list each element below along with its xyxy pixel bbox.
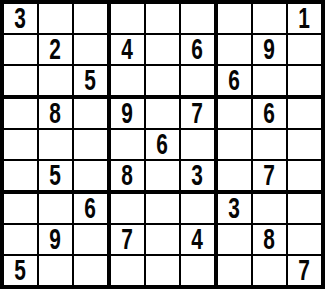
cell-r8c3[interactable] (73, 224, 109, 255)
cell-r6c7[interactable] (216, 160, 252, 192)
given-digit: 3 (192, 161, 204, 190)
cell-r1c4[interactable] (109, 2, 145, 34)
cell-r9c3[interactable] (73, 255, 109, 287)
cell-r6c4[interactable]: 8 (109, 160, 145, 192)
cell-r8c6[interactable]: 4 (180, 224, 216, 255)
given-digit: 4 (122, 35, 134, 64)
cell-r4c7[interactable] (216, 97, 252, 129)
given-digit: 1 (299, 4, 311, 33)
cell-r9c2[interactable] (38, 255, 73, 287)
board-row-1: 31 (2, 2, 323, 34)
sudoku-puzzle: 3124695689766583763974857 (0, 0, 329, 293)
cell-r9c5[interactable] (145, 255, 180, 287)
cell-r6c8[interactable]: 7 (252, 160, 287, 192)
board-row-9: 57 (2, 255, 323, 287)
cell-r3c4[interactable] (109, 65, 145, 97)
cell-r3c7[interactable]: 6 (216, 65, 252, 97)
cell-r5c4[interactable] (109, 129, 145, 160)
given-digit: 6 (157, 130, 169, 159)
cell-r8c7[interactable] (216, 224, 252, 255)
cell-r6c3[interactable] (73, 160, 109, 192)
cell-r8c1[interactable] (2, 224, 38, 255)
cell-r1c6[interactable] (180, 2, 216, 34)
cell-r7c2[interactable] (38, 192, 73, 224)
board-row-6: 5837 (2, 160, 323, 192)
given-digit: 7 (264, 161, 276, 190)
cell-r2c7[interactable] (216, 34, 252, 65)
cell-r6c6[interactable]: 3 (180, 160, 216, 192)
cell-r5c8[interactable] (252, 129, 287, 160)
board-row-4: 8976 (2, 97, 323, 129)
given-digit: 8 (122, 161, 134, 190)
cell-r9c6[interactable] (180, 255, 216, 287)
cell-r2c2[interactable]: 2 (38, 34, 73, 65)
cell-r4c5[interactable] (145, 97, 180, 129)
cell-r9c9[interactable]: 7 (287, 255, 323, 287)
sudoku-board-body: 3124695689766583763974857 (2, 2, 323, 287)
cell-r2c6[interactable]: 6 (180, 34, 216, 65)
board-row-7: 63 (2, 192, 323, 224)
cell-r4c3[interactable] (73, 97, 109, 129)
cell-r1c7[interactable] (216, 2, 252, 34)
cell-r6c1[interactable] (2, 160, 38, 192)
cell-r8c5[interactable] (145, 224, 180, 255)
cell-r6c5[interactable] (145, 160, 180, 192)
given-digit: 9 (50, 225, 62, 254)
board-row-3: 56 (2, 65, 323, 97)
given-digit: 9 (264, 35, 276, 64)
cell-r2c4[interactable]: 4 (109, 34, 145, 65)
cell-r7c7[interactable]: 3 (216, 192, 252, 224)
cell-r7c9[interactable] (287, 192, 323, 224)
cell-r1c2[interactable] (38, 2, 73, 34)
cell-r8c9[interactable] (287, 224, 323, 255)
cell-r2c3[interactable] (73, 34, 109, 65)
board-row-5: 6 (2, 129, 323, 160)
cell-r7c3[interactable]: 6 (73, 192, 109, 224)
given-digit: 8 (50, 99, 62, 128)
cell-r5c3[interactable] (73, 129, 109, 160)
cell-r3c1[interactable] (2, 65, 38, 97)
cell-r3c6[interactable] (180, 65, 216, 97)
cell-r4c4[interactable]: 9 (109, 97, 145, 129)
cell-r3c8[interactable] (252, 65, 287, 97)
given-digit: 7 (192, 99, 204, 128)
given-digit: 9 (122, 99, 134, 128)
cell-r3c9[interactable] (287, 65, 323, 97)
cell-r6c9[interactable] (287, 160, 323, 192)
given-digit: 6 (85, 194, 97, 223)
cell-r2c5[interactable] (145, 34, 180, 65)
cell-r5c9[interactable] (287, 129, 323, 160)
cell-r5c2[interactable] (38, 129, 73, 160)
cell-r5c6[interactable] (180, 129, 216, 160)
cell-r7c1[interactable] (2, 192, 38, 224)
given-digit: 4 (192, 225, 204, 254)
cell-r5c1[interactable] (2, 129, 38, 160)
cell-r1c1[interactable]: 3 (2, 2, 38, 34)
given-digit: 3 (229, 194, 241, 223)
given-digit: 6 (264, 99, 276, 128)
cell-r6c2[interactable]: 5 (38, 160, 73, 192)
cell-r1c3[interactable] (73, 2, 109, 34)
cell-r4c8[interactable]: 6 (252, 97, 287, 129)
cell-r9c1[interactable]: 5 (2, 255, 38, 287)
cell-r9c7[interactable] (216, 255, 252, 287)
cell-r2c1[interactable] (2, 34, 38, 65)
cell-r2c8[interactable]: 9 (252, 34, 287, 65)
given-digit: 5 (15, 256, 27, 285)
given-digit: 5 (85, 66, 97, 95)
cell-r3c5[interactable] (145, 65, 180, 97)
cell-r7c6[interactable] (180, 192, 216, 224)
cell-r7c8[interactable] (252, 192, 287, 224)
cell-r3c2[interactable] (38, 65, 73, 97)
given-digit: 2 (50, 35, 62, 64)
given-digit: 3 (15, 4, 27, 33)
cell-r9c8[interactable] (252, 255, 287, 287)
cell-r1c8[interactable] (252, 2, 287, 34)
cell-r8c8[interactable]: 8 (252, 224, 287, 255)
cell-r8c4[interactable]: 7 (109, 224, 145, 255)
cell-r4c1[interactable] (2, 97, 38, 129)
cell-r1c5[interactable] (145, 2, 180, 34)
sudoku-board: 3124695689766583763974857 (0, 0, 325, 289)
cell-r9c4[interactable] (109, 255, 145, 287)
given-digit: 8 (264, 225, 276, 254)
given-digit: 7 (122, 225, 134, 254)
cell-r7c5[interactable] (145, 192, 180, 224)
board-row-2: 2469 (2, 34, 323, 65)
cell-r2c9[interactable] (287, 34, 323, 65)
given-digit: 6 (192, 35, 204, 64)
cell-r3c3[interactable]: 5 (73, 65, 109, 97)
given-digit: 7 (299, 256, 311, 285)
cell-r4c6[interactable]: 7 (180, 97, 216, 129)
board-row-8: 9748 (2, 224, 323, 255)
cell-r5c7[interactable] (216, 129, 252, 160)
cell-r8c2[interactable]: 9 (38, 224, 73, 255)
cell-r7c4[interactable] (109, 192, 145, 224)
given-digit: 6 (229, 66, 241, 95)
cell-r1c9[interactable]: 1 (287, 2, 323, 34)
cell-r4c2[interactable]: 8 (38, 97, 73, 129)
cell-r4c9[interactable] (287, 97, 323, 129)
cell-r5c5[interactable]: 6 (145, 129, 180, 160)
given-digit: 5 (50, 161, 62, 190)
